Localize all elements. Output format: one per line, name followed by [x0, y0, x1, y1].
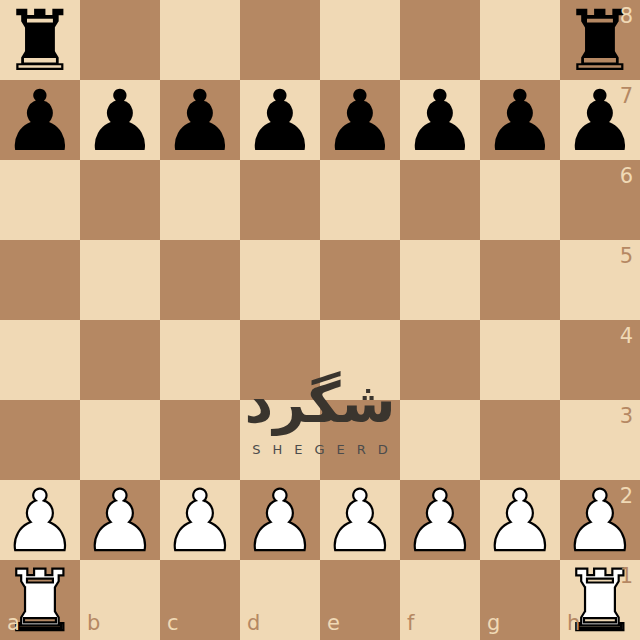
- piece-black-pawn-d7: ♟: [242, 81, 317, 161]
- chess-diagram: ♜♜8♟♟♟♟♟♟♟♟76543♟♟♟♟♟♟♟♟2♜abcdefg♜1h شگر…: [0, 0, 640, 640]
- square-d3[interactable]: [240, 400, 320, 480]
- piece-black-rook-a8: ♜: [2, 1, 77, 81]
- piece-white-pawn-g2: ♟: [482, 481, 557, 561]
- square-b4[interactable]: [80, 320, 160, 400]
- square-e1[interactable]: e: [320, 560, 400, 640]
- square-g7[interactable]: ♟: [480, 80, 560, 160]
- square-e5[interactable]: [320, 240, 400, 320]
- coordinate-rank-7: 7: [620, 86, 633, 107]
- piece-black-pawn-f7: ♟: [402, 81, 477, 161]
- square-f7[interactable]: ♟: [400, 80, 480, 160]
- square-h7[interactable]: ♟7: [560, 80, 640, 160]
- square-b6[interactable]: [80, 160, 160, 240]
- coordinate-file-a: a: [7, 613, 20, 634]
- square-g3[interactable]: [480, 400, 560, 480]
- coordinate-rank-5: 5: [620, 246, 633, 267]
- square-h1[interactable]: ♜1h: [560, 560, 640, 640]
- chess-board: ♜♜8♟♟♟♟♟♟♟♟76543♟♟♟♟♟♟♟♟2♜abcdefg♜1h: [0, 0, 640, 640]
- square-a6[interactable]: [0, 160, 80, 240]
- piece-white-pawn-e2: ♟: [322, 481, 397, 561]
- piece-black-pawn-b7: ♟: [82, 81, 157, 161]
- square-e3[interactable]: [320, 400, 400, 480]
- piece-black-pawn-g7: ♟: [482, 81, 557, 161]
- square-a2[interactable]: ♟: [0, 480, 80, 560]
- square-c6[interactable]: [160, 160, 240, 240]
- square-c3[interactable]: [160, 400, 240, 480]
- piece-black-pawn-e7: ♟: [322, 81, 397, 161]
- square-h8[interactable]: ♜8: [560, 0, 640, 80]
- square-f6[interactable]: [400, 160, 480, 240]
- square-h6[interactable]: 6: [560, 160, 640, 240]
- square-b1[interactable]: b: [80, 560, 160, 640]
- square-c7[interactable]: ♟: [160, 80, 240, 160]
- square-e6[interactable]: [320, 160, 400, 240]
- square-g1[interactable]: g: [480, 560, 560, 640]
- square-c4[interactable]: [160, 320, 240, 400]
- coordinate-file-c: c: [167, 613, 179, 634]
- square-b2[interactable]: ♟: [80, 480, 160, 560]
- square-h3[interactable]: 3: [560, 400, 640, 480]
- square-a7[interactable]: ♟: [0, 80, 80, 160]
- square-d8[interactable]: [240, 0, 320, 80]
- square-d4[interactable]: [240, 320, 320, 400]
- coordinate-file-g: g: [487, 613, 500, 634]
- square-d1[interactable]: d: [240, 560, 320, 640]
- piece-black-pawn-c7: ♟: [162, 81, 237, 161]
- square-a4[interactable]: [0, 320, 80, 400]
- square-a8[interactable]: ♜: [0, 0, 80, 80]
- coordinate-rank-1: 1: [620, 566, 633, 587]
- square-f5[interactable]: [400, 240, 480, 320]
- square-g5[interactable]: [480, 240, 560, 320]
- square-h2[interactable]: ♟2: [560, 480, 640, 560]
- square-g8[interactable]: [480, 0, 560, 80]
- square-f8[interactable]: [400, 0, 480, 80]
- square-f3[interactable]: [400, 400, 480, 480]
- square-b7[interactable]: ♟: [80, 80, 160, 160]
- square-b3[interactable]: [80, 400, 160, 480]
- coordinate-file-e: e: [327, 613, 340, 634]
- coordinate-file-h: h: [567, 613, 580, 634]
- square-h4[interactable]: 4: [560, 320, 640, 400]
- square-f2[interactable]: ♟: [400, 480, 480, 560]
- square-b8[interactable]: [80, 0, 160, 80]
- coordinate-file-d: d: [247, 613, 260, 634]
- square-c2[interactable]: ♟: [160, 480, 240, 560]
- square-g4[interactable]: [480, 320, 560, 400]
- square-f1[interactable]: f: [400, 560, 480, 640]
- piece-white-pawn-c2: ♟: [162, 481, 237, 561]
- square-h5[interactable]: 5: [560, 240, 640, 320]
- coordinate-rank-2: 2: [620, 486, 633, 507]
- square-a1[interactable]: ♜a: [0, 560, 80, 640]
- square-a5[interactable]: [0, 240, 80, 320]
- coordinate-rank-3: 3: [620, 406, 633, 427]
- square-d5[interactable]: [240, 240, 320, 320]
- square-e7[interactable]: ♟: [320, 80, 400, 160]
- coordinate-rank-6: 6: [620, 166, 633, 187]
- coordinate-rank-8: 8: [620, 6, 633, 27]
- square-d2[interactable]: ♟: [240, 480, 320, 560]
- square-g6[interactable]: [480, 160, 560, 240]
- piece-white-pawn-b2: ♟: [82, 481, 157, 561]
- square-e4[interactable]: [320, 320, 400, 400]
- square-d6[interactable]: [240, 160, 320, 240]
- square-d7[interactable]: ♟: [240, 80, 320, 160]
- piece-white-pawn-f2: ♟: [402, 481, 477, 561]
- square-a3[interactable]: [0, 400, 80, 480]
- piece-black-pawn-a7: ♟: [2, 81, 77, 161]
- piece-white-pawn-a2: ♟: [2, 481, 77, 561]
- square-c1[interactable]: c: [160, 560, 240, 640]
- coordinate-file-f: f: [407, 613, 414, 634]
- square-b5[interactable]: [80, 240, 160, 320]
- coordinate-rank-4: 4: [620, 326, 633, 347]
- coordinate-file-b: b: [87, 613, 100, 634]
- square-e2[interactable]: ♟: [320, 480, 400, 560]
- square-c5[interactable]: [160, 240, 240, 320]
- square-c8[interactable]: [160, 0, 240, 80]
- square-e8[interactable]: [320, 0, 400, 80]
- piece-white-pawn-d2: ♟: [242, 481, 317, 561]
- square-f4[interactable]: [400, 320, 480, 400]
- square-g2[interactable]: ♟: [480, 480, 560, 560]
